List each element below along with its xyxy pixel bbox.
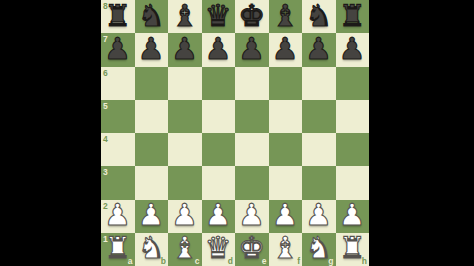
square-f5[interactable] — [269, 100, 303, 133]
square-f2[interactable]: ♟ — [269, 200, 303, 233]
piece-black-knight[interactable]: ♞ — [305, 1, 332, 31]
piece-black-pawn[interactable]: ♟ — [272, 34, 299, 64]
square-d4[interactable] — [202, 133, 236, 166]
square-a4[interactable]: 4 — [101, 133, 135, 166]
square-c7[interactable]: ♟ — [168, 33, 202, 66]
square-g4[interactable] — [302, 133, 336, 166]
square-g6[interactable] — [302, 67, 336, 100]
square-f3[interactable] — [269, 166, 303, 199]
piece-black-pawn[interactable]: ♟ — [138, 34, 165, 64]
square-a2[interactable]: 2♟ — [101, 200, 135, 233]
square-a1[interactable]: 1a♜ — [101, 233, 135, 266]
piece-white-pawn[interactable]: ♟ — [205, 200, 232, 230]
square-f4[interactable] — [269, 133, 303, 166]
square-g1[interactable]: g♞ — [302, 233, 336, 266]
square-e8[interactable]: ♚ — [235, 0, 269, 33]
square-h4[interactable] — [336, 133, 370, 166]
square-d5[interactable] — [202, 100, 236, 133]
piece-black-rook[interactable]: ♜ — [339, 1, 366, 31]
square-b6[interactable] — [135, 67, 169, 100]
square-f8[interactable]: ♝ — [269, 0, 303, 33]
square-d1[interactable]: d♛ — [202, 233, 236, 266]
square-b1[interactable]: b♞ — [135, 233, 169, 266]
piece-white-pawn[interactable]: ♟ — [171, 200, 198, 230]
piece-black-pawn[interactable]: ♟ — [305, 34, 332, 64]
square-g5[interactable] — [302, 100, 336, 133]
piece-white-king[interactable]: ♚ — [238, 233, 265, 263]
square-g3[interactable] — [302, 166, 336, 199]
square-b2[interactable]: ♟ — [135, 200, 169, 233]
piece-white-pawn[interactable]: ♟ — [339, 200, 366, 230]
square-e6[interactable] — [235, 67, 269, 100]
square-h6[interactable] — [336, 67, 370, 100]
square-e2[interactable]: ♟ — [235, 200, 269, 233]
square-d6[interactable] — [202, 67, 236, 100]
piece-white-pawn[interactable]: ♟ — [272, 200, 299, 230]
piece-white-rook[interactable]: ♜ — [104, 233, 131, 263]
square-g2[interactable]: ♟ — [302, 200, 336, 233]
square-h7[interactable]: ♟ — [336, 33, 370, 66]
square-f7[interactable]: ♟ — [269, 33, 303, 66]
square-g8[interactable]: ♞ — [302, 0, 336, 33]
square-b5[interactable] — [135, 100, 169, 133]
square-c8[interactable]: ♝ — [168, 0, 202, 33]
square-e1[interactable]: e♚ — [235, 233, 269, 266]
video-frame: 8♜♞♝♛♚♝♞♜7♟♟♟♟♟♟♟♟65432♟♟♟♟♟♟♟♟1a♜b♞c♝d♛… — [0, 0, 474, 266]
piece-black-pawn[interactable]: ♟ — [238, 34, 265, 64]
square-c3[interactable] — [168, 166, 202, 199]
square-b4[interactable] — [135, 133, 169, 166]
piece-black-queen[interactable]: ♛ — [205, 1, 232, 31]
square-e5[interactable] — [235, 100, 269, 133]
rank-label-4: 4 — [103, 135, 108, 144]
square-a7[interactable]: 7♟ — [101, 33, 135, 66]
piece-white-pawn[interactable]: ♟ — [138, 200, 165, 230]
square-d3[interactable] — [202, 166, 236, 199]
square-e7[interactable]: ♟ — [235, 33, 269, 66]
square-e3[interactable] — [235, 166, 269, 199]
rank-label-5: 5 — [103, 102, 108, 111]
rank-label-3: 3 — [103, 168, 108, 177]
piece-black-pawn[interactable]: ♟ — [205, 34, 232, 64]
square-h2[interactable]: ♟ — [336, 200, 370, 233]
piece-white-pawn[interactable]: ♟ — [104, 200, 131, 230]
piece-white-rook[interactable]: ♜ — [339, 233, 366, 263]
piece-black-king[interactable]: ♚ — [238, 1, 265, 31]
piece-white-queen[interactable]: ♛ — [205, 233, 232, 263]
square-b3[interactable] — [135, 166, 169, 199]
piece-white-bishop[interactable]: ♝ — [272, 233, 299, 263]
square-b8[interactable]: ♞ — [135, 0, 169, 33]
square-h1[interactable]: h♜ — [336, 233, 370, 266]
square-h5[interactable] — [336, 100, 370, 133]
piece-black-pawn[interactable]: ♟ — [104, 34, 131, 64]
square-a6[interactable]: 6 — [101, 67, 135, 100]
square-a8[interactable]: 8♜ — [101, 0, 135, 33]
piece-white-bishop[interactable]: ♝ — [171, 233, 198, 263]
square-c6[interactable] — [168, 67, 202, 100]
piece-white-knight[interactable]: ♞ — [138, 233, 165, 263]
square-d2[interactable]: ♟ — [202, 200, 236, 233]
piece-black-bishop[interactable]: ♝ — [171, 1, 198, 31]
piece-white-pawn[interactable]: ♟ — [305, 200, 332, 230]
rank-label-6: 6 — [103, 69, 108, 78]
square-d8[interactable]: ♛ — [202, 0, 236, 33]
piece-black-bishop[interactable]: ♝ — [272, 1, 299, 31]
square-h8[interactable]: ♜ — [336, 0, 370, 33]
piece-white-pawn[interactable]: ♟ — [238, 200, 265, 230]
square-b7[interactable]: ♟ — [135, 33, 169, 66]
square-g7[interactable]: ♟ — [302, 33, 336, 66]
square-h3[interactable] — [336, 166, 370, 199]
piece-black-pawn[interactable]: ♟ — [171, 34, 198, 64]
square-c4[interactable] — [168, 133, 202, 166]
square-a3[interactable]: 3 — [101, 166, 135, 199]
square-c1[interactable]: c♝ — [168, 233, 202, 266]
square-f6[interactable] — [269, 67, 303, 100]
square-e4[interactable] — [235, 133, 269, 166]
piece-black-knight[interactable]: ♞ — [138, 1, 165, 31]
chess-board: 8♜♞♝♛♚♝♞♜7♟♟♟♟♟♟♟♟65432♟♟♟♟♟♟♟♟1a♜b♞c♝d♛… — [101, 0, 369, 266]
piece-black-pawn[interactable]: ♟ — [339, 34, 366, 64]
square-a5[interactable]: 5 — [101, 100, 135, 133]
square-c2[interactable]: ♟ — [168, 200, 202, 233]
piece-white-knight[interactable]: ♞ — [305, 233, 332, 263]
piece-black-rook[interactable]: ♜ — [104, 1, 131, 31]
square-d7[interactable]: ♟ — [202, 33, 236, 66]
square-c5[interactable] — [168, 100, 202, 133]
square-f1[interactable]: f♝ — [269, 233, 303, 266]
